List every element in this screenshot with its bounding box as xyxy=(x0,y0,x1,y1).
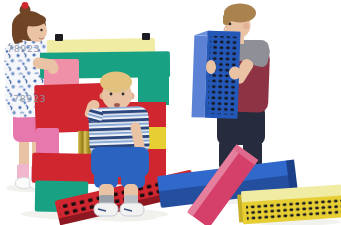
boy-eye xyxy=(229,23,232,26)
block-stud xyxy=(142,33,150,40)
toddler-shoe xyxy=(94,203,118,216)
girl-hair-bobble xyxy=(22,2,29,9)
boy-ear xyxy=(243,23,249,29)
girl-eye xyxy=(40,29,42,31)
boy-hand xyxy=(206,60,216,74)
toddler-mouth xyxy=(114,103,120,107)
photo-children-giant-blocks: 78923 78923 xyxy=(0,0,341,225)
toddler-eye xyxy=(122,93,125,96)
toddler-shoe xyxy=(120,203,144,216)
girl-hand xyxy=(48,62,59,74)
watermark-number-top: 78923 xyxy=(7,43,40,54)
toddler-hair xyxy=(100,72,132,93)
block-green-column xyxy=(138,74,169,105)
boy-hand xyxy=(229,67,241,80)
block-pink xyxy=(36,128,59,157)
watermark-number-bottom: 78923 xyxy=(13,93,46,104)
block-stud xyxy=(55,34,63,41)
toddler-hand-on-block xyxy=(89,100,100,110)
girl-fringe xyxy=(20,14,46,27)
toddler-eye xyxy=(110,93,113,96)
scene: 78923 78923 xyxy=(0,0,341,225)
